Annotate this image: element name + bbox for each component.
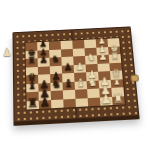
piece-white-bishop-c4[interactable]: ♝	[74, 76, 87, 91]
piece-black-rook-a8[interactable]: ♜	[26, 95, 39, 110]
square-a5[interactable]	[63, 98, 76, 107]
chess-board: ♟♟♚♟♟♚♜♟♞♞♟♜♟♟♛♟♟♛♝♟♞♝♝♞♟♝♟♟♜♟♟♜	[12, 26, 137, 120]
product-photo-scene: ♟♟♚♟♟♚♜♟♞♞♟♜♟♟♛♟♟♛♝♟♞♝♝♞♟♝♟♟♜♟♟♜ ♟	[0, 0, 150, 150]
piece-black-pawn-e5[interactable]: ♟	[61, 60, 74, 74]
square-a6[interactable]	[51, 99, 64, 108]
piece-white-knight-c3[interactable]: ♞	[86, 75, 99, 90]
piece-white-pawn-f2[interactable]: ♟	[97, 50, 110, 64]
piece-black-rook-f8[interactable]: ♜	[26, 54, 38, 68]
square-a3[interactable]	[88, 97, 101, 106]
square-a4[interactable]	[75, 98, 88, 107]
piece-black-knight-f6[interactable]: ♞	[49, 52, 61, 66]
piece-white-pawn-a2[interactable]: ♟	[99, 91, 112, 106]
piece-black-bishop-c5[interactable]: ♝	[62, 76, 75, 91]
piece-black-bishop-c8[interactable]: ♝	[26, 78, 38, 93]
piece-black-pawn-a7[interactable]: ♟	[39, 95, 52, 110]
piece-white-bishop-c1[interactable]: ♝	[110, 74, 123, 88]
ornamental-frame: ♟♟♚♟♟♚♜♟♞♞♟♜♟♟♛♟♟♛♝♟♞♝♝♞♟♝♟♟♜♟♟♜	[12, 26, 139, 122]
piece-black-pawn-f7[interactable]: ♟	[37, 53, 49, 67]
piece-white-knight-f3[interactable]: ♞	[85, 51, 98, 65]
piece-black-knight-c6[interactable]: ♞	[50, 77, 63, 92]
offboard-white-piece[interactable]: ♟	[0, 45, 13, 61]
piece-white-pawn-e4[interactable]: ♟	[73, 59, 86, 73]
piece-white-rook-f1[interactable]: ♜	[108, 49, 121, 63]
piece-white-rook-a1[interactable]: ♜	[112, 91, 125, 106]
brass-clasp-icon	[130, 75, 139, 82]
playing-area: ♟♟♚♟♟♚♜♟♞♞♟♜♟♟♛♟♟♛♝♟♞♝♝♞♟♝♟♟♜♟♟♜	[24, 37, 126, 111]
